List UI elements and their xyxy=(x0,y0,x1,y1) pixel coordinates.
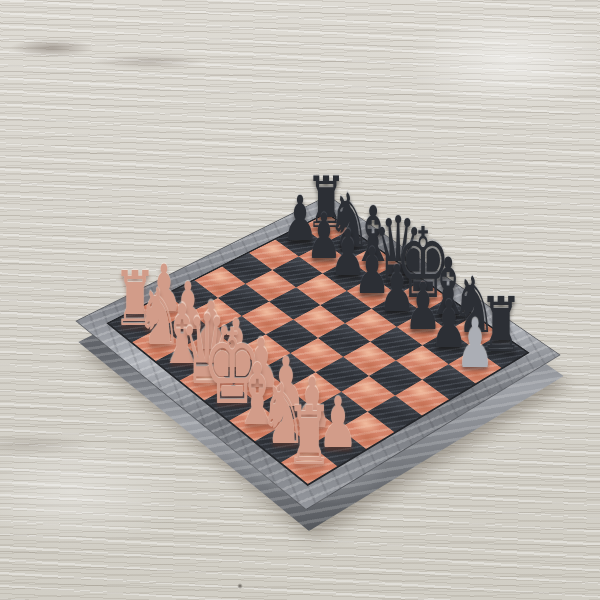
chess-board xyxy=(75,195,560,510)
product-photo-scene: ♜♞♝♛♚♝♞♜♟♟♟♟♟♟♟♟♟♟♟♟♟♟♟♟♜♞♝♛♚♝♞♜ xyxy=(0,0,600,600)
